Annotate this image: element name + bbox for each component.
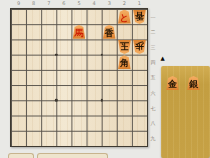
piece-kanji: 歩 xyxy=(135,41,144,53)
piece-kanji: 香 xyxy=(135,11,144,23)
square-5-1[interactable] xyxy=(71,9,86,24)
rank-label-四: 四 xyxy=(151,59,156,65)
square-8-6[interactable] xyxy=(26,85,41,100)
square-6-8[interactable] xyxy=(56,116,71,131)
square-7-4[interactable] xyxy=(41,55,56,70)
square-6-5[interactable] xyxy=(56,70,71,85)
sente-marker: ▲ xyxy=(161,55,165,61)
komadai-sente: 金銀 xyxy=(161,66,210,158)
square-4-9[interactable] xyxy=(87,131,102,146)
square-9-9[interactable] xyxy=(11,131,26,146)
square-6-7[interactable] xyxy=(56,100,71,115)
square-8-1[interactable] xyxy=(26,9,41,24)
square-2-7[interactable] xyxy=(117,100,132,115)
rank-label-七: 七 xyxy=(151,105,156,111)
file-label-2: 2 xyxy=(123,0,126,6)
file-label-1: 1 xyxy=(138,0,141,6)
square-6-2[interactable] xyxy=(56,24,71,39)
hand-piece-銀[interactable]: 銀 xyxy=(187,76,200,90)
file-label-8: 8 xyxy=(32,0,35,6)
square-6-1[interactable] xyxy=(56,9,71,24)
square-4-5[interactable] xyxy=(87,70,102,85)
piece-kanji: 馬 xyxy=(74,26,83,38)
square-3-5[interactable] xyxy=(102,70,117,85)
file-label-6: 6 xyxy=(62,0,65,6)
square-1-8[interactable] xyxy=(132,116,147,131)
square-1-9[interactable] xyxy=(132,131,147,146)
square-1-4[interactable] xyxy=(132,55,147,70)
square-4-2[interactable] xyxy=(87,24,102,39)
square-7-8[interactable] xyxy=(41,116,56,131)
square-4-3[interactable] xyxy=(87,39,102,54)
square-6-6[interactable] xyxy=(56,85,71,100)
rank-label-八: 八 xyxy=(151,120,156,126)
file-label-9: 9 xyxy=(17,0,20,6)
piece-kanji: と xyxy=(120,11,129,23)
rank-label-二: 二 xyxy=(151,29,156,35)
piece-box-edge xyxy=(8,153,34,158)
square-5-7[interactable] xyxy=(71,100,86,115)
square-8-8[interactable] xyxy=(26,116,41,131)
square-7-7[interactable] xyxy=(41,100,56,115)
square-9-5[interactable] xyxy=(11,70,26,85)
square-4-6[interactable] xyxy=(87,85,102,100)
square-3-6[interactable] xyxy=(102,85,117,100)
square-1-6[interactable] xyxy=(132,85,147,100)
square-3-8[interactable] xyxy=(102,116,117,131)
file-label-7: 7 xyxy=(47,0,50,6)
piece-kanji: 玉 xyxy=(120,41,129,53)
square-5-4[interactable] xyxy=(71,55,86,70)
square-2-9[interactable] xyxy=(117,131,132,146)
square-8-5[interactable] xyxy=(26,70,41,85)
square-1-2[interactable] xyxy=(132,24,147,39)
square-4-1[interactable] xyxy=(87,9,102,24)
square-8-2[interactable] xyxy=(26,24,41,39)
piece-kanji: 香 xyxy=(105,26,114,38)
square-7-5[interactable] xyxy=(41,70,56,85)
hand-piece-金[interactable]: 金 xyxy=(166,76,179,90)
square-2-8[interactable] xyxy=(117,116,132,131)
square-3-3[interactable] xyxy=(102,39,117,54)
square-5-8[interactable] xyxy=(71,116,86,131)
square-7-6[interactable] xyxy=(41,85,56,100)
rank-label-九: 九 xyxy=(151,135,156,141)
square-6-4[interactable] xyxy=(56,55,71,70)
square-8-3[interactable] xyxy=(26,39,41,54)
square-4-7[interactable] xyxy=(87,100,102,115)
square-1-7[interactable] xyxy=(132,100,147,115)
square-7-1[interactable] xyxy=(41,9,56,24)
square-9-7[interactable] xyxy=(11,100,26,115)
square-5-6[interactable] xyxy=(71,85,86,100)
file-label-3: 3 xyxy=(108,0,111,6)
square-5-3[interactable] xyxy=(71,39,86,54)
square-8-9[interactable] xyxy=(26,131,41,146)
square-7-9[interactable] xyxy=(41,131,56,146)
square-3-4[interactable] xyxy=(102,55,117,70)
square-2-2[interactable] xyxy=(117,24,132,39)
square-4-4[interactable] xyxy=(87,55,102,70)
piece-kanji: 角 xyxy=(120,56,129,68)
square-2-6[interactable] xyxy=(117,85,132,100)
square-3-7[interactable] xyxy=(102,100,117,115)
square-6-3[interactable] xyxy=(56,39,71,54)
square-5-5[interactable] xyxy=(71,70,86,85)
square-9-4[interactable] xyxy=(11,55,26,70)
square-3-9[interactable] xyxy=(102,131,117,146)
rank-label-一: 一 xyxy=(151,14,156,20)
piece-kanji: 金 xyxy=(168,77,177,89)
rank-label-五: 五 xyxy=(151,74,156,80)
piece-kanji: 銀 xyxy=(189,77,198,89)
square-4-8[interactable] xyxy=(87,116,102,131)
rank-label-六: 六 xyxy=(151,90,156,96)
square-1-5[interactable] xyxy=(132,70,147,85)
square-9-6[interactable] xyxy=(11,85,26,100)
file-label-4: 4 xyxy=(93,0,96,6)
square-2-5[interactable] xyxy=(117,70,132,85)
square-8-7[interactable] xyxy=(26,100,41,115)
square-9-2[interactable] xyxy=(11,24,26,39)
square-7-2[interactable] xyxy=(41,24,56,39)
square-6-9[interactable] xyxy=(56,131,71,146)
square-9-3[interactable] xyxy=(11,39,26,54)
square-5-9[interactable] xyxy=(71,131,86,146)
piece-tray-edge xyxy=(37,153,108,158)
file-label-5: 5 xyxy=(77,0,80,6)
rank-label-三: 三 xyxy=(151,44,156,50)
square-8-4[interactable] xyxy=(26,55,41,70)
square-7-3[interactable] xyxy=(41,39,56,54)
square-9-1[interactable] xyxy=(11,9,26,24)
square-9-8[interactable] xyxy=(11,116,26,131)
square-3-1[interactable] xyxy=(102,9,117,24)
